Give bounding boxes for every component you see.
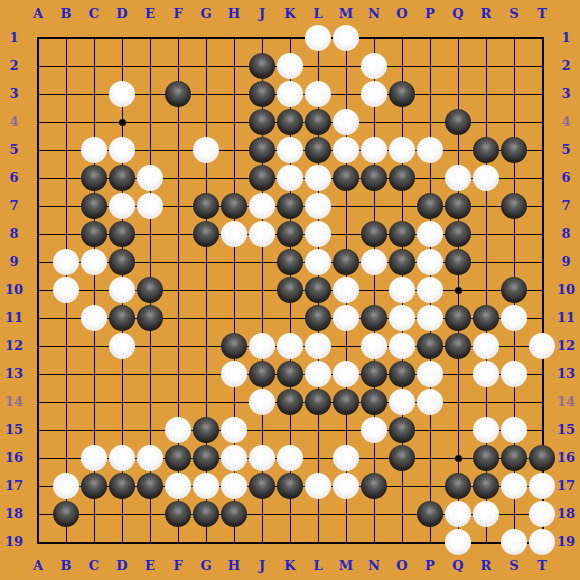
intersection-A10[interactable] [24, 276, 52, 304]
intersection-Q8[interactable] [444, 220, 472, 248]
intersection-O10[interactable] [388, 276, 416, 304]
intersection-P2[interactable] [416, 52, 444, 80]
intersection-J3[interactable] [248, 80, 276, 108]
intersection-A16[interactable] [24, 444, 52, 472]
intersection-P4[interactable] [416, 108, 444, 136]
intersection-E5[interactable] [136, 136, 164, 164]
intersection-Q14[interactable] [444, 388, 472, 416]
intersection-K1[interactable] [276, 24, 304, 52]
intersection-L10[interactable] [304, 276, 332, 304]
intersection-L19[interactable] [304, 528, 332, 556]
intersection-H11[interactable] [220, 304, 248, 332]
intersection-E11[interactable] [136, 304, 164, 332]
intersection-A2[interactable] [24, 52, 52, 80]
intersection-P6[interactable] [416, 164, 444, 192]
intersection-A8[interactable] [24, 220, 52, 248]
intersection-L8[interactable] [304, 220, 332, 248]
intersection-R10[interactable] [472, 276, 500, 304]
intersection-K2[interactable] [276, 52, 304, 80]
intersection-Q1[interactable] [444, 24, 472, 52]
intersection-E17[interactable] [136, 472, 164, 500]
intersection-C5[interactable] [80, 136, 108, 164]
intersection-S11[interactable] [500, 304, 528, 332]
intersection-B12[interactable] [52, 332, 80, 360]
intersection-D19[interactable] [108, 528, 136, 556]
intersection-M2[interactable] [332, 52, 360, 80]
intersection-P17[interactable] [416, 472, 444, 500]
intersection-N15[interactable] [360, 416, 388, 444]
intersection-A13[interactable] [24, 360, 52, 388]
intersection-C11[interactable] [80, 304, 108, 332]
intersection-B14[interactable] [52, 388, 80, 416]
intersection-N8[interactable] [360, 220, 388, 248]
intersection-R14[interactable] [472, 388, 500, 416]
intersection-J17[interactable] [248, 472, 276, 500]
intersection-M9[interactable] [332, 248, 360, 276]
intersection-J13[interactable] [248, 360, 276, 388]
intersection-O4[interactable] [388, 108, 416, 136]
intersection-P8[interactable] [416, 220, 444, 248]
intersection-A14[interactable] [24, 388, 52, 416]
intersection-R18[interactable] [472, 500, 500, 528]
intersection-C19[interactable] [80, 528, 108, 556]
intersection-Q10[interactable] [444, 276, 472, 304]
intersection-B15[interactable] [52, 416, 80, 444]
intersection-N1[interactable] [360, 24, 388, 52]
intersection-M18[interactable] [332, 500, 360, 528]
intersection-E1[interactable] [136, 24, 164, 52]
intersection-E8[interactable] [136, 220, 164, 248]
intersection-N5[interactable] [360, 136, 388, 164]
intersection-H19[interactable] [220, 528, 248, 556]
intersection-P9[interactable] [416, 248, 444, 276]
intersection-L1[interactable] [304, 24, 332, 52]
intersection-J14[interactable] [248, 388, 276, 416]
intersection-M12[interactable] [332, 332, 360, 360]
intersection-J10[interactable] [248, 276, 276, 304]
intersection-K11[interactable] [276, 304, 304, 332]
intersection-N14[interactable] [360, 388, 388, 416]
intersection-M16[interactable] [332, 444, 360, 472]
intersection-S6[interactable] [500, 164, 528, 192]
intersection-S12[interactable] [500, 332, 528, 360]
intersection-D17[interactable] [108, 472, 136, 500]
intersection-Q6[interactable] [444, 164, 472, 192]
intersection-G15[interactable] [192, 416, 220, 444]
intersection-K8[interactable] [276, 220, 304, 248]
intersection-J1[interactable] [248, 24, 276, 52]
intersection-C15[interactable] [80, 416, 108, 444]
intersection-S14[interactable] [500, 388, 528, 416]
intersection-Q2[interactable] [444, 52, 472, 80]
intersection-O17[interactable] [388, 472, 416, 500]
intersection-P11[interactable] [416, 304, 444, 332]
intersection-F6[interactable] [164, 164, 192, 192]
intersection-L7[interactable] [304, 192, 332, 220]
intersection-N18[interactable] [360, 500, 388, 528]
intersection-N19[interactable] [360, 528, 388, 556]
intersection-R19[interactable] [472, 528, 500, 556]
intersection-M14[interactable] [332, 388, 360, 416]
intersection-M19[interactable] [332, 528, 360, 556]
intersection-J11[interactable] [248, 304, 276, 332]
intersection-L15[interactable] [304, 416, 332, 444]
intersection-H4[interactable] [220, 108, 248, 136]
intersection-G13[interactable] [192, 360, 220, 388]
intersection-P15[interactable] [416, 416, 444, 444]
intersection-A9[interactable] [24, 248, 52, 276]
intersection-G10[interactable] [192, 276, 220, 304]
intersection-D8[interactable] [108, 220, 136, 248]
intersection-C18[interactable] [80, 500, 108, 528]
intersection-O3[interactable] [388, 80, 416, 108]
intersection-F19[interactable] [164, 528, 192, 556]
intersection-Q7[interactable] [444, 192, 472, 220]
intersection-B2[interactable] [52, 52, 80, 80]
intersection-B8[interactable] [52, 220, 80, 248]
intersection-B16[interactable] [52, 444, 80, 472]
intersection-H17[interactable] [220, 472, 248, 500]
intersection-E15[interactable] [136, 416, 164, 444]
intersection-O6[interactable] [388, 164, 416, 192]
intersection-P7[interactable] [416, 192, 444, 220]
intersection-H5[interactable] [220, 136, 248, 164]
intersection-A5[interactable] [24, 136, 52, 164]
intersection-D10[interactable] [108, 276, 136, 304]
intersection-D2[interactable] [108, 52, 136, 80]
intersection-M7[interactable] [332, 192, 360, 220]
intersection-G4[interactable] [192, 108, 220, 136]
intersection-O11[interactable] [388, 304, 416, 332]
intersection-B10[interactable] [52, 276, 80, 304]
intersection-A11[interactable] [24, 304, 52, 332]
intersection-F10[interactable] [164, 276, 192, 304]
intersection-K4[interactable] [276, 108, 304, 136]
intersection-O8[interactable] [388, 220, 416, 248]
intersection-G14[interactable] [192, 388, 220, 416]
intersection-K12[interactable] [276, 332, 304, 360]
intersection-M13[interactable] [332, 360, 360, 388]
intersection-F5[interactable] [164, 136, 192, 164]
intersection-J8[interactable] [248, 220, 276, 248]
intersection-C1[interactable] [80, 24, 108, 52]
intersection-P3[interactable] [416, 80, 444, 108]
intersection-C4[interactable] [80, 108, 108, 136]
intersection-O13[interactable] [388, 360, 416, 388]
intersection-S18[interactable] [500, 500, 528, 528]
intersection-Q4[interactable] [444, 108, 472, 136]
intersection-G3[interactable] [192, 80, 220, 108]
intersection-A3[interactable] [24, 80, 52, 108]
intersection-M6[interactable] [332, 164, 360, 192]
intersection-L3[interactable] [304, 80, 332, 108]
intersection-C8[interactable] [80, 220, 108, 248]
intersection-L4[interactable] [304, 108, 332, 136]
intersection-E7[interactable] [136, 192, 164, 220]
intersection-N16[interactable] [360, 444, 388, 472]
intersection-E12[interactable] [136, 332, 164, 360]
intersection-L9[interactable] [304, 248, 332, 276]
intersection-R11[interactable] [472, 304, 500, 332]
intersection-P5[interactable] [416, 136, 444, 164]
intersection-J6[interactable] [248, 164, 276, 192]
intersection-H10[interactable] [220, 276, 248, 304]
intersection-P18[interactable] [416, 500, 444, 528]
intersection-R7[interactable] [472, 192, 500, 220]
intersection-Q9[interactable] [444, 248, 472, 276]
intersection-D16[interactable] [108, 444, 136, 472]
intersection-O19[interactable] [388, 528, 416, 556]
intersection-B13[interactable] [52, 360, 80, 388]
intersection-L13[interactable] [304, 360, 332, 388]
intersection-J15[interactable] [248, 416, 276, 444]
intersection-R1[interactable] [472, 24, 500, 52]
intersection-H7[interactable] [220, 192, 248, 220]
intersection-R13[interactable] [472, 360, 500, 388]
intersection-Q15[interactable] [444, 416, 472, 444]
intersection-Q11[interactable] [444, 304, 472, 332]
intersection-K13[interactable] [276, 360, 304, 388]
intersection-E14[interactable] [136, 388, 164, 416]
intersection-N2[interactable] [360, 52, 388, 80]
intersection-Q18[interactable] [444, 500, 472, 528]
intersection-G1[interactable] [192, 24, 220, 52]
intersection-P12[interactable] [416, 332, 444, 360]
intersection-P16[interactable] [416, 444, 444, 472]
intersection-E18[interactable] [136, 500, 164, 528]
intersection-K9[interactable] [276, 248, 304, 276]
intersection-C16[interactable] [80, 444, 108, 472]
intersection-N10[interactable] [360, 276, 388, 304]
intersection-E19[interactable] [136, 528, 164, 556]
intersection-F7[interactable] [164, 192, 192, 220]
intersection-K19[interactable] [276, 528, 304, 556]
intersection-S10[interactable] [500, 276, 528, 304]
intersection-K3[interactable] [276, 80, 304, 108]
intersection-E2[interactable] [136, 52, 164, 80]
intersection-F18[interactable] [164, 500, 192, 528]
intersection-D13[interactable] [108, 360, 136, 388]
intersection-J9[interactable] [248, 248, 276, 276]
intersection-O7[interactable] [388, 192, 416, 220]
intersection-S19[interactable] [500, 528, 528, 556]
intersection-G9[interactable] [192, 248, 220, 276]
intersection-S2[interactable] [500, 52, 528, 80]
intersection-H12[interactable] [220, 332, 248, 360]
intersection-J18[interactable] [248, 500, 276, 528]
intersection-G18[interactable] [192, 500, 220, 528]
intersection-D18[interactable] [108, 500, 136, 528]
intersection-L12[interactable] [304, 332, 332, 360]
intersection-Q17[interactable] [444, 472, 472, 500]
intersection-H3[interactable] [220, 80, 248, 108]
intersection-R5[interactable] [472, 136, 500, 164]
intersection-S3[interactable] [500, 80, 528, 108]
intersection-S7[interactable] [500, 192, 528, 220]
intersection-D1[interactable] [108, 24, 136, 52]
intersection-G19[interactable] [192, 528, 220, 556]
intersection-P19[interactable] [416, 528, 444, 556]
intersection-K5[interactable] [276, 136, 304, 164]
intersection-A1[interactable] [24, 24, 52, 52]
intersection-N17[interactable] [360, 472, 388, 500]
intersection-Q12[interactable] [444, 332, 472, 360]
intersection-O9[interactable] [388, 248, 416, 276]
intersection-N3[interactable] [360, 80, 388, 108]
intersection-R9[interactable] [472, 248, 500, 276]
intersection-B9[interactable] [52, 248, 80, 276]
intersection-O12[interactable] [388, 332, 416, 360]
intersection-A19[interactable] [24, 528, 52, 556]
intersection-F14[interactable] [164, 388, 192, 416]
intersection-N7[interactable] [360, 192, 388, 220]
intersection-O1[interactable] [388, 24, 416, 52]
intersection-O2[interactable] [388, 52, 416, 80]
intersection-N9[interactable] [360, 248, 388, 276]
intersection-D3[interactable] [108, 80, 136, 108]
intersection-J7[interactable] [248, 192, 276, 220]
intersection-R16[interactable] [472, 444, 500, 472]
intersection-A18[interactable] [24, 500, 52, 528]
intersection-P10[interactable] [416, 276, 444, 304]
intersection-A4[interactable] [24, 108, 52, 136]
intersection-C14[interactable] [80, 388, 108, 416]
intersection-F8[interactable] [164, 220, 192, 248]
intersection-S5[interactable] [500, 136, 528, 164]
intersection-S17[interactable] [500, 472, 528, 500]
intersection-K6[interactable] [276, 164, 304, 192]
intersection-L11[interactable] [304, 304, 332, 332]
intersection-R3[interactable] [472, 80, 500, 108]
intersection-M5[interactable] [332, 136, 360, 164]
intersection-N13[interactable] [360, 360, 388, 388]
intersection-B4[interactable] [52, 108, 80, 136]
intersection-C9[interactable] [80, 248, 108, 276]
intersection-P14[interactable] [416, 388, 444, 416]
intersection-M4[interactable] [332, 108, 360, 136]
intersection-G8[interactable] [192, 220, 220, 248]
intersection-J19[interactable] [248, 528, 276, 556]
intersection-O5[interactable] [388, 136, 416, 164]
intersection-J16[interactable] [248, 444, 276, 472]
intersection-M15[interactable] [332, 416, 360, 444]
intersection-F2[interactable] [164, 52, 192, 80]
intersection-C13[interactable] [80, 360, 108, 388]
intersection-C7[interactable] [80, 192, 108, 220]
intersection-R12[interactable] [472, 332, 500, 360]
intersection-D9[interactable] [108, 248, 136, 276]
intersection-S15[interactable] [500, 416, 528, 444]
intersection-G2[interactable] [192, 52, 220, 80]
intersection-D7[interactable] [108, 192, 136, 220]
intersection-M8[interactable] [332, 220, 360, 248]
intersection-H13[interactable] [220, 360, 248, 388]
intersection-D11[interactable] [108, 304, 136, 332]
intersection-M3[interactable] [332, 80, 360, 108]
intersection-A17[interactable] [24, 472, 52, 500]
intersection-E10[interactable] [136, 276, 164, 304]
intersection-L5[interactable] [304, 136, 332, 164]
intersection-M1[interactable] [332, 24, 360, 52]
intersection-G5[interactable] [192, 136, 220, 164]
intersection-F12[interactable] [164, 332, 192, 360]
intersection-F11[interactable] [164, 304, 192, 332]
intersection-K14[interactable] [276, 388, 304, 416]
intersection-S8[interactable] [500, 220, 528, 248]
intersection-B11[interactable] [52, 304, 80, 332]
intersection-Q3[interactable] [444, 80, 472, 108]
intersection-C3[interactable] [80, 80, 108, 108]
intersection-B7[interactable] [52, 192, 80, 220]
intersection-L14[interactable] [304, 388, 332, 416]
intersection-F17[interactable] [164, 472, 192, 500]
intersection-H9[interactable] [220, 248, 248, 276]
intersection-S13[interactable] [500, 360, 528, 388]
intersection-H8[interactable] [220, 220, 248, 248]
intersection-B5[interactable] [52, 136, 80, 164]
intersection-G17[interactable] [192, 472, 220, 500]
intersection-J2[interactable] [248, 52, 276, 80]
intersection-D4[interactable] [108, 108, 136, 136]
intersection-M11[interactable] [332, 304, 360, 332]
intersection-G16[interactable] [192, 444, 220, 472]
intersection-R6[interactable] [472, 164, 500, 192]
intersection-F16[interactable] [164, 444, 192, 472]
intersection-G7[interactable] [192, 192, 220, 220]
intersection-B19[interactable] [52, 528, 80, 556]
intersection-L6[interactable] [304, 164, 332, 192]
intersection-Q13[interactable] [444, 360, 472, 388]
intersection-J12[interactable] [248, 332, 276, 360]
intersection-K15[interactable] [276, 416, 304, 444]
intersection-K16[interactable] [276, 444, 304, 472]
intersection-E13[interactable] [136, 360, 164, 388]
intersection-C2[interactable] [80, 52, 108, 80]
intersection-A7[interactable] [24, 192, 52, 220]
intersection-L17[interactable] [304, 472, 332, 500]
intersection-D14[interactable] [108, 388, 136, 416]
intersection-F1[interactable] [164, 24, 192, 52]
intersection-N4[interactable] [360, 108, 388, 136]
intersection-K10[interactable] [276, 276, 304, 304]
intersection-L18[interactable] [304, 500, 332, 528]
intersection-R8[interactable] [472, 220, 500, 248]
intersection-C10[interactable] [80, 276, 108, 304]
intersection-E4[interactable] [136, 108, 164, 136]
intersection-R17[interactable] [472, 472, 500, 500]
intersection-B3[interactable] [52, 80, 80, 108]
intersection-R2[interactable] [472, 52, 500, 80]
intersection-M17[interactable] [332, 472, 360, 500]
intersection-A6[interactable] [24, 164, 52, 192]
intersection-M10[interactable] [332, 276, 360, 304]
intersection-J5[interactable] [248, 136, 276, 164]
intersection-H16[interactable] [220, 444, 248, 472]
intersection-H6[interactable] [220, 164, 248, 192]
intersection-L2[interactable] [304, 52, 332, 80]
intersection-D12[interactable] [108, 332, 136, 360]
intersection-E16[interactable] [136, 444, 164, 472]
intersection-E3[interactable] [136, 80, 164, 108]
intersection-H15[interactable] [220, 416, 248, 444]
intersection-Q19[interactable] [444, 528, 472, 556]
intersection-B1[interactable] [52, 24, 80, 52]
intersection-N11[interactable] [360, 304, 388, 332]
intersection-S16[interactable] [500, 444, 528, 472]
intersection-F4[interactable] [164, 108, 192, 136]
intersection-O18[interactable] [388, 500, 416, 528]
intersection-D6[interactable] [108, 164, 136, 192]
